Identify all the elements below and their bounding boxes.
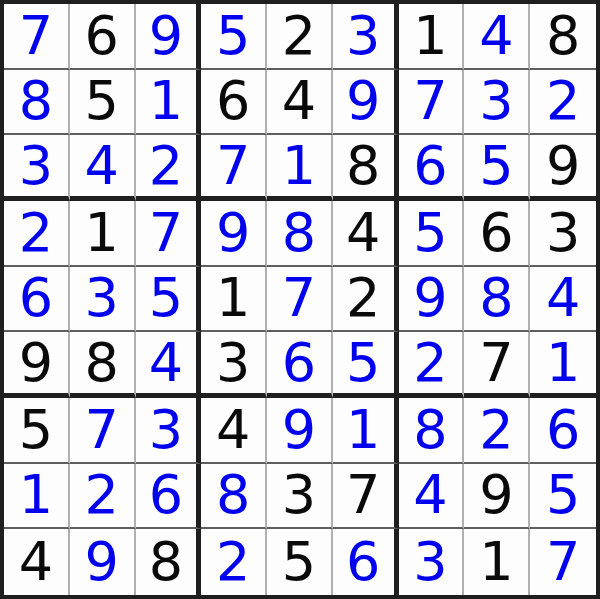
- cell-r4c4[interactable]: 9: [201, 201, 267, 267]
- cell-r7c2[interactable]: 7: [70, 398, 136, 464]
- cell-r3c7[interactable]: 6: [399, 135, 465, 201]
- cell-r1c6[interactable]: 3: [333, 4, 399, 70]
- cell-r3c1[interactable]: 3: [4, 135, 70, 201]
- cell-r8c7[interactable]: 4: [399, 464, 465, 530]
- cell-r4c5[interactable]: 8: [267, 201, 333, 267]
- cell-r9c7[interactable]: 3: [399, 529, 465, 595]
- cell-r9c4[interactable]: 2: [201, 529, 267, 595]
- cell-r8c2[interactable]: 2: [70, 464, 136, 530]
- cell-r8c9[interactable]: 5: [530, 464, 596, 530]
- cell-r7c4[interactable]: 4: [201, 398, 267, 464]
- cell-r1c9[interactable]: 8: [530, 4, 596, 70]
- cell-r3c8[interactable]: 5: [464, 135, 530, 201]
- cell-r4c2[interactable]: 1: [70, 201, 136, 267]
- cell-r2c7[interactable]: 7: [399, 70, 465, 136]
- cell-r8c1[interactable]: 1: [4, 464, 70, 530]
- cell-r9c5[interactable]: 5: [267, 529, 333, 595]
- cell-r1c7[interactable]: 1: [399, 4, 465, 70]
- cell-r2c4[interactable]: 6: [201, 70, 267, 136]
- cell-r4c9[interactable]: 3: [530, 201, 596, 267]
- cell-r2c8[interactable]: 3: [464, 70, 530, 136]
- cell-r4c6[interactable]: 4: [333, 201, 399, 267]
- cell-r6c6[interactable]: 5: [333, 332, 399, 398]
- cell-r1c2[interactable]: 6: [70, 4, 136, 70]
- cell-r5c3[interactable]: 5: [136, 267, 202, 333]
- cell-r4c3[interactable]: 7: [136, 201, 202, 267]
- cell-r4c8[interactable]: 6: [464, 201, 530, 267]
- cell-r9c2[interactable]: 9: [70, 529, 136, 595]
- cell-r2c2[interactable]: 5: [70, 70, 136, 136]
- cell-r6c1[interactable]: 9: [4, 332, 70, 398]
- cell-r4c7[interactable]: 5: [399, 201, 465, 267]
- cell-r9c3[interactable]: 8: [136, 529, 202, 595]
- cell-r2c9[interactable]: 2: [530, 70, 596, 136]
- cell-r3c4[interactable]: 7: [201, 135, 267, 201]
- cell-r6c4[interactable]: 3: [201, 332, 267, 398]
- cell-r5c5[interactable]: 7: [267, 267, 333, 333]
- cell-r6c5[interactable]: 6: [267, 332, 333, 398]
- cell-r7c5[interactable]: 9: [267, 398, 333, 464]
- cell-r1c8[interactable]: 4: [464, 4, 530, 70]
- cell-r3c6[interactable]: 8: [333, 135, 399, 201]
- cell-r3c9[interactable]: 9: [530, 135, 596, 201]
- cell-r9c8[interactable]: 1: [464, 529, 530, 595]
- cell-r7c1[interactable]: 5: [4, 398, 70, 464]
- cell-r7c8[interactable]: 2: [464, 398, 530, 464]
- cell-r6c7[interactable]: 2: [399, 332, 465, 398]
- cell-r1c1[interactable]: 7: [4, 4, 70, 70]
- cell-r5c9[interactable]: 4: [530, 267, 596, 333]
- cell-r8c6[interactable]: 7: [333, 464, 399, 530]
- cell-r5c4[interactable]: 1: [201, 267, 267, 333]
- cell-r6c8[interactable]: 7: [464, 332, 530, 398]
- cell-r3c2[interactable]: 4: [70, 135, 136, 201]
- cell-r5c7[interactable]: 9: [399, 267, 465, 333]
- cell-r1c4[interactable]: 5: [201, 4, 267, 70]
- cell-r2c6[interactable]: 9: [333, 70, 399, 136]
- cell-r2c3[interactable]: 1: [136, 70, 202, 136]
- cell-r6c9[interactable]: 1: [530, 332, 596, 398]
- cell-r6c2[interactable]: 8: [70, 332, 136, 398]
- cell-r2c5[interactable]: 4: [267, 70, 333, 136]
- cell-r5c6[interactable]: 2: [333, 267, 399, 333]
- sudoku-board: 7695231488516497323427186592179845636351…: [0, 0, 600, 599]
- cell-r9c9[interactable]: 7: [530, 529, 596, 595]
- cell-r7c9[interactable]: 6: [530, 398, 596, 464]
- cell-r8c8[interactable]: 9: [464, 464, 530, 530]
- cell-r9c6[interactable]: 6: [333, 529, 399, 595]
- cell-r8c4[interactable]: 8: [201, 464, 267, 530]
- cell-r5c8[interactable]: 8: [464, 267, 530, 333]
- cell-r3c5[interactable]: 1: [267, 135, 333, 201]
- cell-r9c1[interactable]: 4: [4, 529, 70, 595]
- cell-r4c1[interactable]: 2: [4, 201, 70, 267]
- cell-r3c3[interactable]: 2: [136, 135, 202, 201]
- cell-r5c1[interactable]: 6: [4, 267, 70, 333]
- cell-r1c3[interactable]: 9: [136, 4, 202, 70]
- cell-r1c5[interactable]: 2: [267, 4, 333, 70]
- cell-r6c3[interactable]: 4: [136, 332, 202, 398]
- cell-r8c3[interactable]: 6: [136, 464, 202, 530]
- cell-r5c2[interactable]: 3: [70, 267, 136, 333]
- cell-r7c6[interactable]: 1: [333, 398, 399, 464]
- cell-r7c7[interactable]: 8: [399, 398, 465, 464]
- cell-r2c1[interactable]: 8: [4, 70, 70, 136]
- cell-r8c5[interactable]: 3: [267, 464, 333, 530]
- cell-r7c3[interactable]: 3: [136, 398, 202, 464]
